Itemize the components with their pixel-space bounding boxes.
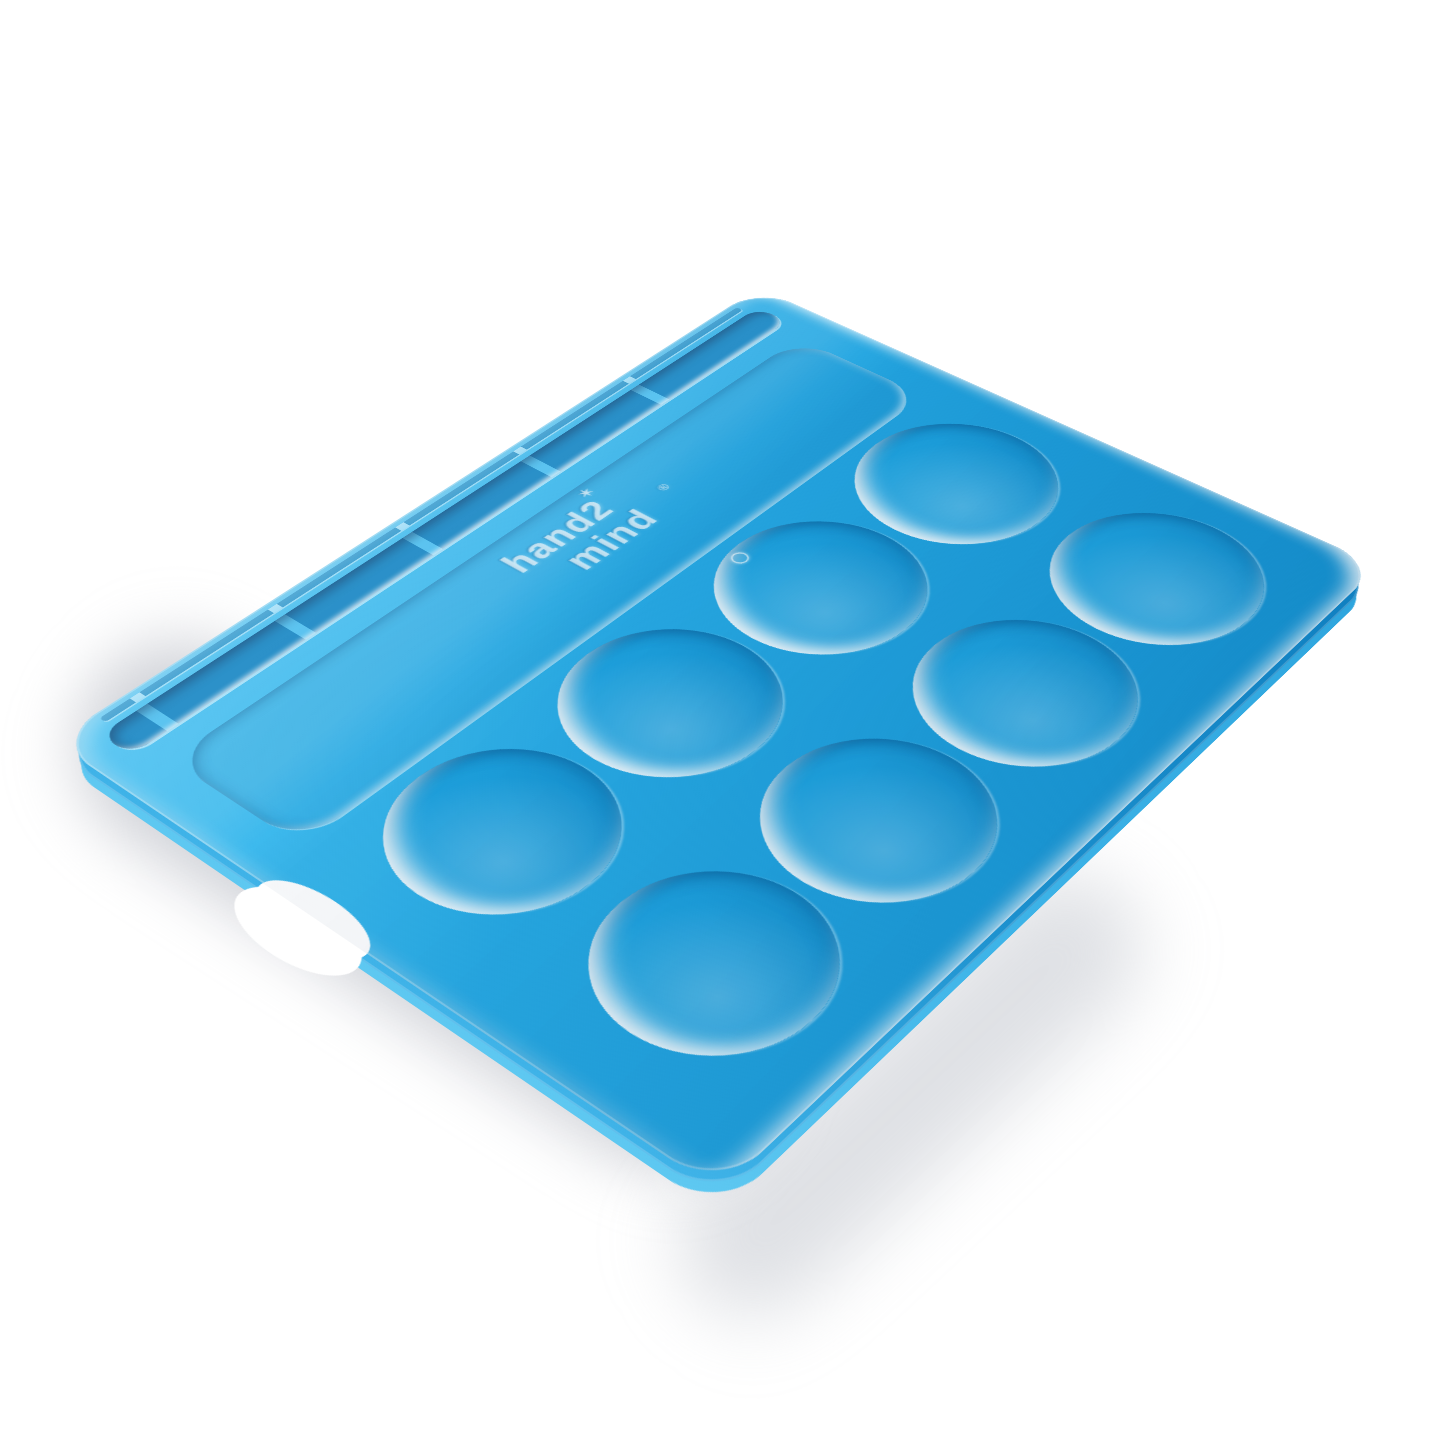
scene-3d: ✶ hand2 mind ® [0, 0, 1445, 1445]
tray-top-face: ✶ hand2 mind ® [53, 288, 1380, 1193]
sorting-tray: ✶ hand2 mind ® [53, 288, 1380, 1193]
product-photo-canvas: ✶ hand2 mind ® [0, 0, 1445, 1445]
